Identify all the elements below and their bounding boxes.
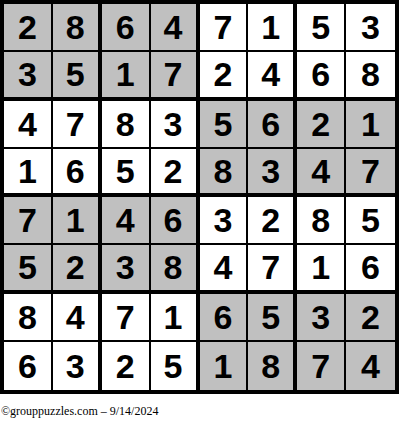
cell-r8c1: 6	[4, 342, 53, 390]
cell-r2c6: 4	[248, 52, 297, 100]
cell-r2c8: 8	[346, 52, 395, 100]
cell-r3c2: 7	[53, 101, 102, 149]
cell-r4c1: 1	[4, 149, 53, 197]
cell-r8c6: 8	[248, 342, 297, 390]
cell-r2c7: 6	[297, 52, 346, 100]
cell-r1c7: 5	[297, 4, 346, 52]
cell-r1c6: 1	[248, 4, 297, 52]
cell-r3c5: 5	[200, 101, 249, 149]
cell-r8c5: 1	[200, 342, 249, 390]
cell-r5c4: 6	[151, 197, 200, 245]
cell-r4c3: 5	[102, 149, 151, 197]
cell-r6c6: 7	[248, 245, 297, 293]
cell-r1c5: 7	[200, 4, 249, 52]
copyright-credit: ©grouppuzzles.com – 9/14/2024	[1, 404, 158, 419]
cell-r2c2: 5	[53, 52, 102, 100]
cell-r5c5: 3	[200, 197, 249, 245]
cell-r6c1: 5	[4, 245, 53, 293]
sudoku-board: 2864715335172468478356211652834771463285…	[0, 0, 399, 394]
cell-r6c8: 6	[346, 245, 395, 293]
cell-r4c7: 4	[297, 149, 346, 197]
cell-r7c4: 1	[151, 294, 200, 342]
cell-r2c3: 1	[102, 52, 151, 100]
cell-r5c2: 1	[53, 197, 102, 245]
cell-r8c8: 4	[346, 342, 395, 390]
cell-r3c3: 8	[102, 101, 151, 149]
cell-r3c4: 3	[151, 101, 200, 149]
cell-r1c2: 8	[53, 4, 102, 52]
cell-r6c2: 2	[53, 245, 102, 293]
cell-r1c4: 4	[151, 4, 200, 52]
cell-r5c8: 5	[346, 197, 395, 245]
cell-r4c4: 2	[151, 149, 200, 197]
cell-r3c1: 4	[4, 101, 53, 149]
cell-r7c1: 8	[4, 294, 53, 342]
cell-r5c1: 7	[4, 197, 53, 245]
cell-r5c7: 8	[297, 197, 346, 245]
cell-r1c1: 2	[4, 4, 53, 52]
cell-r7c3: 7	[102, 294, 151, 342]
cell-r1c8: 3	[346, 4, 395, 52]
cell-r3c8: 1	[346, 101, 395, 149]
cell-r6c3: 3	[102, 245, 151, 293]
cell-r2c4: 7	[151, 52, 200, 100]
cell-r6c4: 8	[151, 245, 200, 293]
cell-r4c8: 7	[346, 149, 395, 197]
cell-r5c3: 4	[102, 197, 151, 245]
cell-r4c2: 6	[53, 149, 102, 197]
cell-r8c7: 7	[297, 342, 346, 390]
cell-r3c7: 2	[297, 101, 346, 149]
cell-r2c1: 3	[4, 52, 53, 100]
cell-r6c5: 4	[200, 245, 249, 293]
cell-r5c6: 2	[248, 197, 297, 245]
cell-r8c2: 3	[53, 342, 102, 390]
cell-r2c5: 2	[200, 52, 249, 100]
cell-r8c3: 2	[102, 342, 151, 390]
cell-r7c5: 6	[200, 294, 249, 342]
cell-r4c5: 8	[200, 149, 249, 197]
cell-r7c2: 4	[53, 294, 102, 342]
cell-r7c6: 5	[248, 294, 297, 342]
cell-r7c8: 2	[346, 294, 395, 342]
cell-r8c4: 5	[151, 342, 200, 390]
cell-r4c6: 3	[248, 149, 297, 197]
cell-r1c3: 6	[102, 4, 151, 52]
cell-r7c7: 3	[297, 294, 346, 342]
cell-r3c6: 6	[248, 101, 297, 149]
cell-r6c7: 1	[297, 245, 346, 293]
